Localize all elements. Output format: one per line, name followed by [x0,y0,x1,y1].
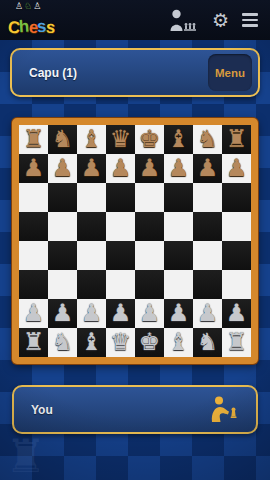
piece-black-king: ♚ [139,125,161,154]
square-e8[interactable]: ♚ [135,125,164,154]
square-a5[interactable] [19,212,48,241]
square-g4[interactable] [193,241,222,270]
square-f5[interactable] [164,212,193,241]
square-h3[interactable] [222,270,251,299]
piece-black-pawn: ♟ [197,154,219,183]
piece-white-bishop: ♝ [168,328,190,357]
piece-black-pawn: ♟ [226,154,248,183]
square-d8[interactable]: ♛ [106,125,135,154]
square-a8[interactable]: ♜ [19,125,48,154]
square-e5[interactable] [135,212,164,241]
square-b6[interactable] [48,183,77,212]
logo-letter: s [45,18,55,39]
square-a4[interactable] [19,241,48,270]
square-g1[interactable]: ♞ [193,328,222,357]
square-e1[interactable]: ♚ [135,328,164,357]
piece-white-knight: ♞ [197,328,219,357]
logo-mini-piece: ♙ [15,2,23,11]
settings-gear-icon[interactable]: ⚙ [212,11,229,30]
square-d3[interactable] [106,270,135,299]
piece-white-pawn: ♟ [197,299,219,328]
square-e3[interactable] [135,270,164,299]
square-h6[interactable] [222,183,251,212]
square-b4[interactable] [48,241,77,270]
square-h8[interactable]: ♜ [222,125,251,154]
square-g6[interactable] [193,183,222,212]
chess-logo: ♙♘♙ Chess [8,3,54,37]
square-b2[interactable]: ♟ [48,299,77,328]
square-f3[interactable] [164,270,193,299]
square-c3[interactable] [77,270,106,299]
square-g8[interactable]: ♞ [193,125,222,154]
rook-watermark-icon: ♜ [5,433,46,479]
square-e2[interactable]: ♟ [135,299,164,328]
square-d4[interactable] [106,241,135,270]
square-g2[interactable]: ♟ [193,299,222,328]
square-e6[interactable] [135,183,164,212]
menu-button[interactable]: Menu [208,54,252,91]
piece-white-pawn: ♟ [139,299,161,328]
piece-black-rook: ♜ [226,125,248,154]
piece-white-bishop: ♝ [81,328,103,357]
square-b8[interactable]: ♞ [48,125,77,154]
square-h1[interactable]: ♜ [222,328,251,357]
square-e4[interactable] [135,241,164,270]
app-screen: ♜ ♙♘♙ Chess ⚙ [0,0,270,480]
square-e7[interactable]: ♟ [135,154,164,183]
piece-white-queen: ♛ [110,328,132,357]
square-b5[interactable] [48,212,77,241]
logo-mini-piece: ♙ [33,2,41,11]
square-h7[interactable]: ♟ [222,154,251,183]
square-g3[interactable] [193,270,222,299]
piece-black-pawn: ♟ [110,154,132,183]
square-h4[interactable] [222,241,251,270]
square-c5[interactable] [77,212,106,241]
square-f6[interactable] [164,183,193,212]
square-d2[interactable]: ♟ [106,299,135,328]
opponent-name: Capu (1) [29,66,77,80]
square-g5[interactable] [193,212,222,241]
board-frame: ♜♞♝♛♚♝♞♜♟♟♟♟♟♟♟♟♟♟♟♟♟♟♟♟♜♞♝♛♚♝♞♜ [12,118,258,364]
menu-button-label: Menu [215,67,245,79]
piece-black-pawn: ♟ [23,154,45,183]
square-f8[interactable]: ♝ [164,125,193,154]
square-f2[interactable]: ♟ [164,299,193,328]
piece-white-pawn: ♟ [23,299,45,328]
piece-white-king: ♚ [139,328,161,357]
square-c1[interactable]: ♝ [77,328,106,357]
piece-black-queen: ♛ [110,125,132,154]
square-g7[interactable]: ♟ [193,154,222,183]
piece-black-knight: ♞ [197,125,219,154]
square-h2[interactable]: ♟ [222,299,251,328]
square-f7[interactable]: ♟ [164,154,193,183]
square-a7[interactable]: ♟ [19,154,48,183]
logo-mini-piece: ♘ [24,2,32,11]
player-name: You [31,403,53,417]
piece-white-pawn: ♟ [168,299,190,328]
piece-white-pawn: ♟ [81,299,103,328]
piece-black-bishop: ♝ [81,125,103,154]
square-a3[interactable] [19,270,48,299]
square-d1[interactable]: ♛ [106,328,135,357]
piece-white-pawn: ♟ [226,299,248,328]
square-d5[interactable] [106,212,135,241]
opponent-bar: Capu (1) Menu [10,48,260,97]
square-f4[interactable] [164,241,193,270]
chess-board: ♜♞♝♛♚♝♞♜♟♟♟♟♟♟♟♟♟♟♟♟♟♟♟♟♜♞♝♛♚♝♞♜ [19,125,251,357]
square-d6[interactable] [106,183,135,212]
piece-black-bishop: ♝ [168,125,190,154]
hamburger-menu-icon[interactable] [242,13,258,27]
square-c2[interactable]: ♟ [77,299,106,328]
square-c7[interactable]: ♟ [77,154,106,183]
piece-black-rook: ♜ [23,125,45,154]
square-a2[interactable]: ♟ [19,299,48,328]
piece-white-pawn: ♟ [52,299,74,328]
square-c6[interactable] [77,183,106,212]
piece-white-rook: ♜ [23,328,45,357]
square-b7[interactable]: ♟ [48,154,77,183]
square-h5[interactable] [222,212,251,241]
square-a1[interactable]: ♜ [19,328,48,357]
square-f1[interactable]: ♝ [164,328,193,357]
square-c8[interactable]: ♝ [77,125,106,154]
nav-icons: ⚙ [169,9,258,31]
piece-black-pawn: ♟ [81,154,103,183]
square-c4[interactable] [77,241,106,270]
piece-white-rook: ♜ [226,328,248,357]
piece-black-pawn: ♟ [52,154,74,183]
top-nav-bar: ♙♘♙ Chess ⚙ [0,0,270,40]
logo-mini-pieces-icon: ♙♘♙ [15,2,41,11]
square-d7[interactable]: ♟ [106,154,135,183]
thinking-player-icon [206,396,240,426]
piece-black-knight: ♞ [52,125,74,154]
square-a6[interactable] [19,183,48,212]
square-b1[interactable]: ♞ [48,328,77,357]
piece-white-knight: ♞ [52,328,74,357]
piece-black-pawn: ♟ [139,154,161,183]
piece-white-pawn: ♟ [110,299,132,328]
piece-black-pawn: ♟ [168,154,190,183]
square-b3[interactable] [48,270,77,299]
player-bar: You [12,385,258,434]
players-stats-icon[interactable] [169,9,199,31]
